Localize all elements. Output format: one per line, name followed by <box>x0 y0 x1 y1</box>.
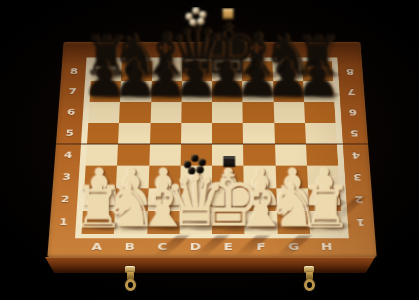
rank-label-left-5: 5 <box>65 129 74 139</box>
brass-clasp-left <box>123 266 137 298</box>
board-front-edge <box>45 257 375 273</box>
rank-label-right-7: 7 <box>347 87 356 96</box>
rank-label-right-8: 8 <box>346 67 355 76</box>
piece-white-rook-h1[interactable]: ♜ <box>302 180 350 234</box>
piece-shadow <box>281 91 312 99</box>
piece-shadow <box>98 91 129 99</box>
piece-shadow <box>220 91 250 99</box>
piece-shadow <box>311 91 342 99</box>
piece-shadow <box>250 91 280 99</box>
piece-white-queen-d1[interactable]: ♛ <box>172 154 220 234</box>
photo-canvas: 8765432187654321ABCDEFGH ♜♞♝♛♚♝♞♜♟♟♟♟♟♟♟… <box>0 0 419 300</box>
finial-ball <box>199 158 206 165</box>
piece-shadow <box>189 91 219 99</box>
white-queen-icon: ♛ <box>164 170 227 234</box>
piece-shadow <box>278 70 313 79</box>
finial-ball <box>200 11 207 18</box>
rank-label-right-5: 5 <box>350 129 359 139</box>
chess-board: 8765432187654321ABCDEFGH ♜♞♝♛♚♝♞♜♟♟♟♟♟♟♟… <box>47 42 376 258</box>
white-rook-icon: ♜ <box>72 180 124 234</box>
piece-shadow <box>128 91 159 99</box>
rank-label-left-7: 7 <box>68 87 77 96</box>
rank-label-right-6: 6 <box>348 108 357 117</box>
finial-ball <box>190 19 197 26</box>
finial-ball <box>198 18 205 25</box>
queen-ball-finial <box>184 7 209 25</box>
white-rook-icon: ♜ <box>300 180 352 234</box>
scene: 8765432187654321ABCDEFGH ♜♞♝♛♚♝♞♜♟♟♟♟♟♟♟… <box>0 0 419 300</box>
finial-ball <box>197 166 204 173</box>
clasp-ring <box>304 279 315 291</box>
rank-label-left-8: 8 <box>70 67 79 76</box>
queen-ball-finial <box>182 154 209 174</box>
rank-label-left-6: 6 <box>67 108 76 117</box>
piece-shadow <box>159 91 189 99</box>
piece-white-rook-a1[interactable]: ♜ <box>74 180 122 234</box>
finial-ball <box>188 167 195 174</box>
clasp-ring <box>125 279 136 291</box>
brass-clasp-right <box>302 266 316 298</box>
